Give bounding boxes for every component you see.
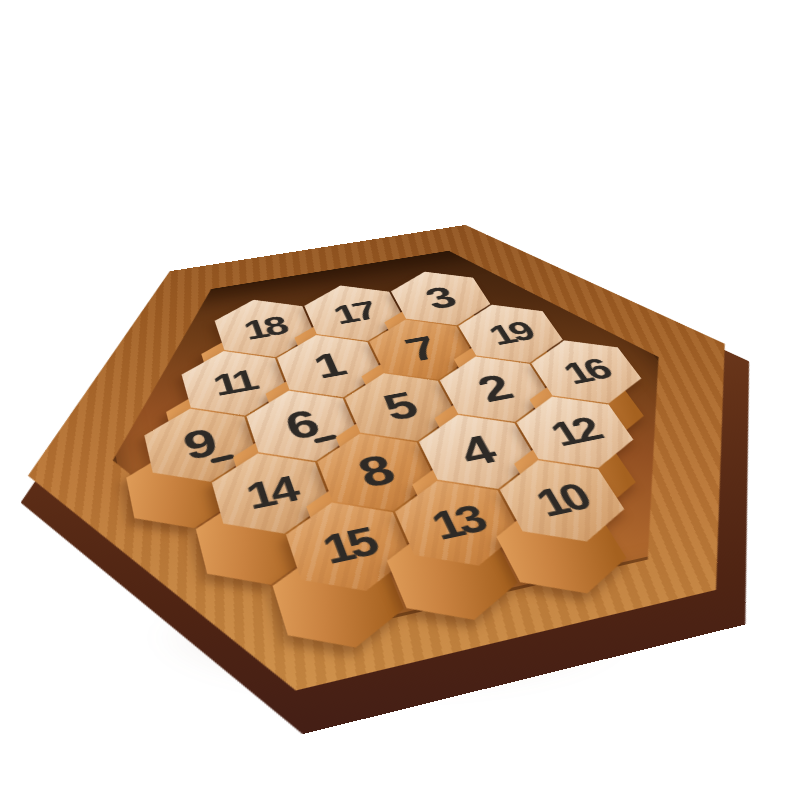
tile-number: 5 [377, 386, 423, 426]
tile-number: 14 [242, 470, 300, 515]
scene: 18173111719965216148412151310 [0, 0, 800, 800]
tile-number: 7 [399, 331, 443, 367]
tile-number: 11 [210, 365, 259, 400]
tile-number: 15 [317, 521, 380, 570]
tile-number: 10 [529, 477, 594, 522]
tile-number: 1 [308, 347, 351, 384]
tile-number: 2 [471, 369, 519, 408]
puzzle-board: 18173111719965216148412151310 [13, 206, 800, 742]
photo-stage: Wooden hexagon number puzzle board with … [0, 0, 800, 800]
tile-number: 18 [240, 312, 289, 344]
tile-number: 12 [544, 412, 606, 452]
tile-number: 16 [557, 354, 615, 389]
tile-number: 19 [483, 317, 537, 349]
tile-number: 3 [419, 282, 461, 314]
tile-number: 8 [352, 449, 401, 495]
tile-number: 4 [452, 429, 503, 473]
tile-number: 13 [425, 499, 489, 546]
tile-number: 17 [329, 297, 379, 328]
